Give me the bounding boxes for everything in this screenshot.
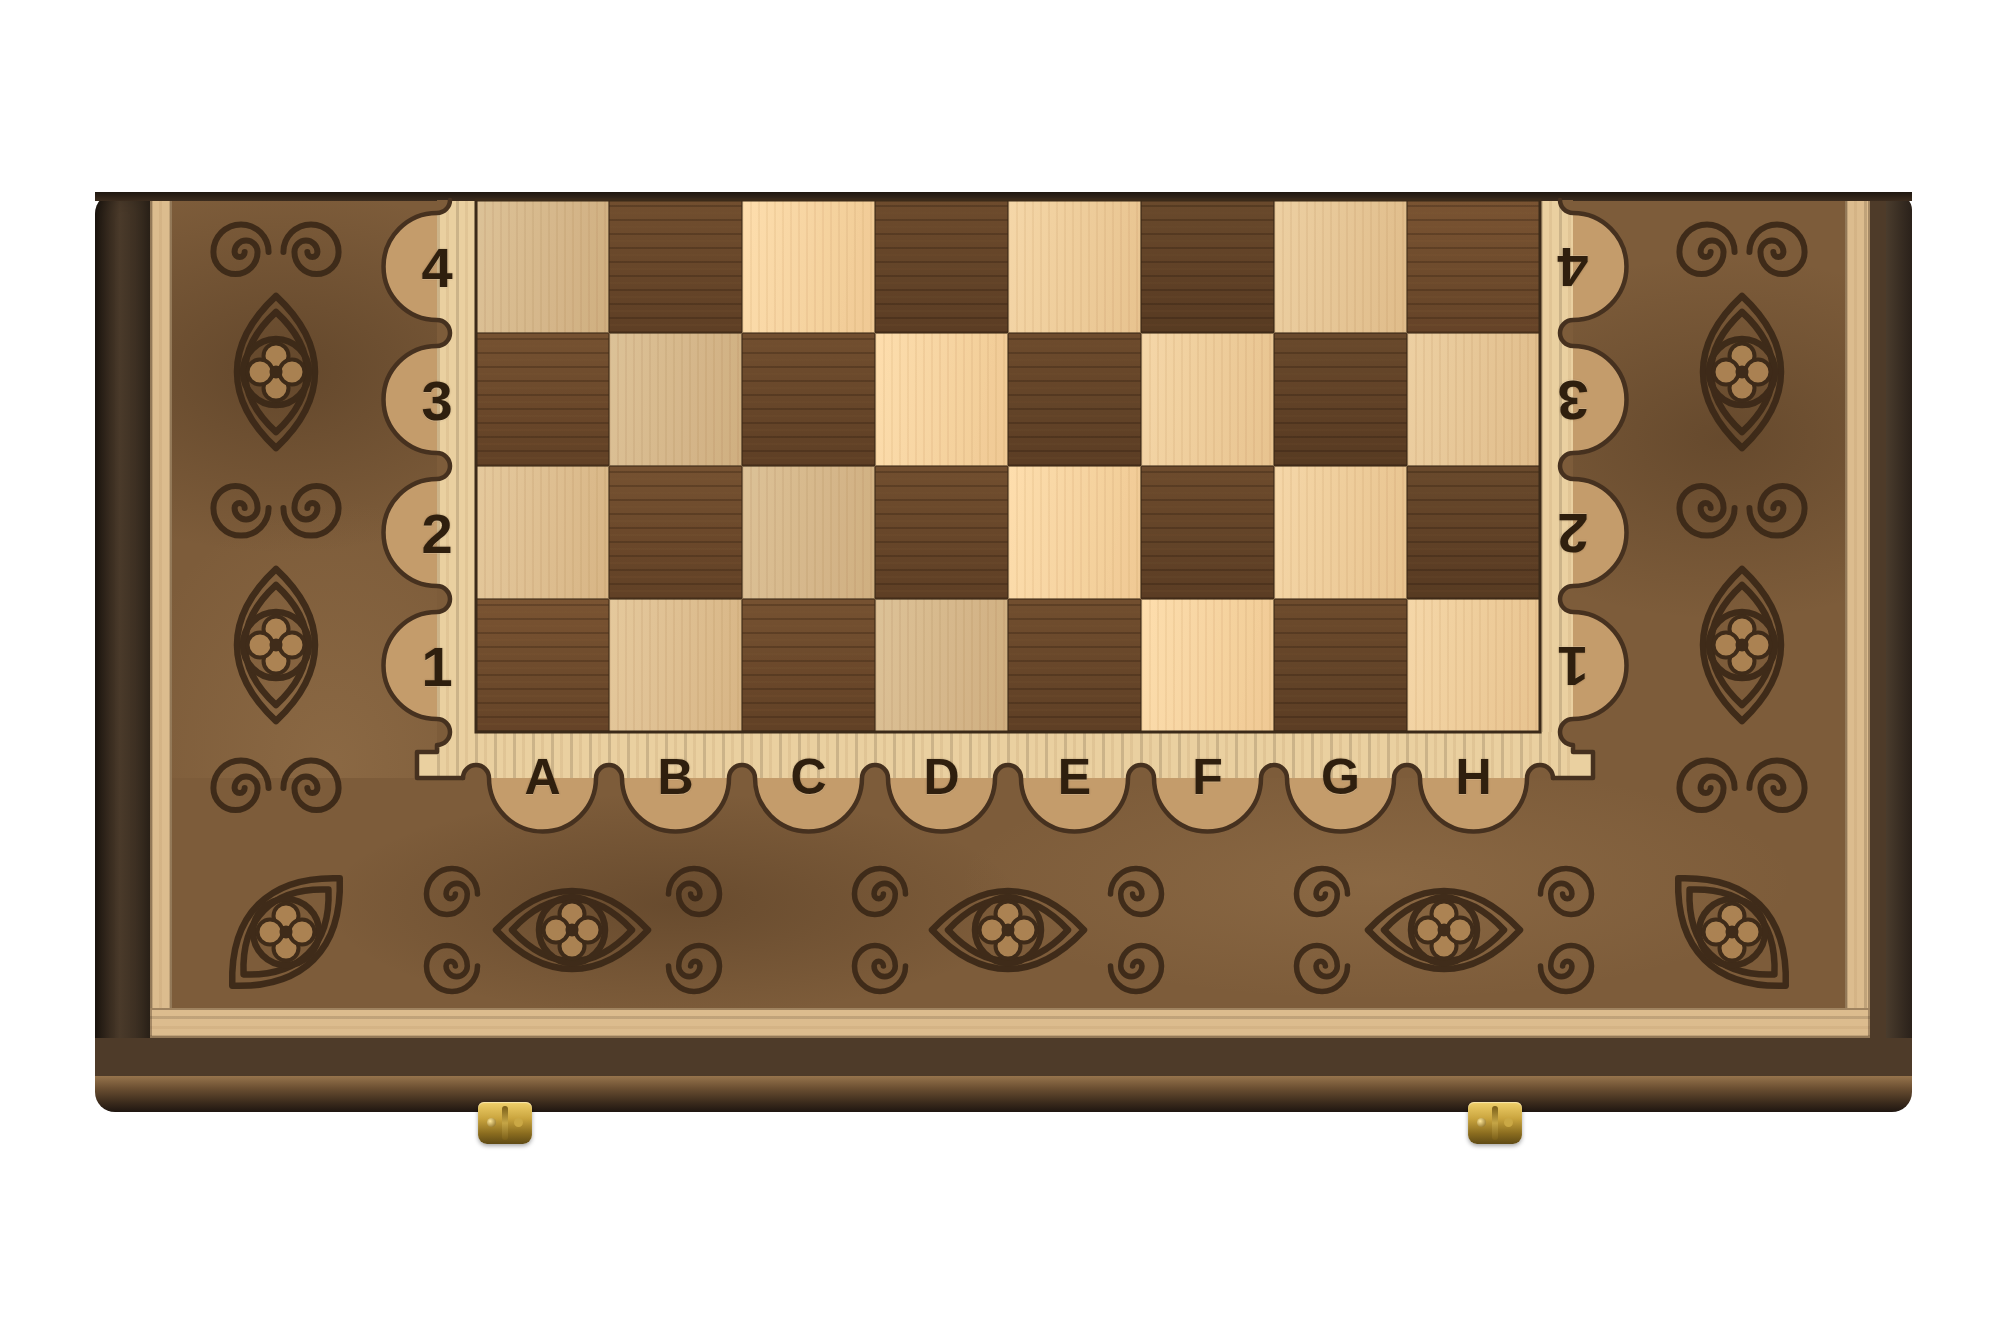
square-e1[interactable] [1008,599,1141,732]
inlay-strip-left [150,192,172,1038]
square-c3[interactable] [742,333,875,466]
square-f3[interactable] [1141,333,1274,466]
rank-label: 1 [1557,633,1588,698]
square-b4[interactable] [609,200,742,333]
rank-label: 3 [1557,367,1588,432]
box-side-edge-left [95,192,150,1076]
square-e3[interactable] [1008,333,1141,466]
file-label: A [524,748,560,806]
square-a3[interactable] [476,333,609,466]
square-a4[interactable] [476,200,609,333]
file-label: H [1455,748,1491,806]
square-d4[interactable] [875,200,1008,333]
file-label: D [923,748,959,806]
outer-border-bottom [95,1038,1912,1076]
coordinate-strip-bottom [437,732,1573,778]
square-h3[interactable] [1407,333,1540,466]
square-h1[interactable] [1407,599,1540,732]
square-f2[interactable] [1141,466,1274,599]
rank-label: 1 [421,633,452,698]
square-c2[interactable] [742,466,875,599]
square-b3[interactable] [609,333,742,466]
carved-border-bottom [172,778,1845,1008]
file-label: E [1058,748,1091,806]
hinge-pin [1492,1106,1498,1140]
inlay-strip-bottom [150,1008,1870,1038]
square-b2[interactable] [609,466,742,599]
rank-label: 4 [421,234,452,299]
square-g3[interactable] [1274,333,1407,466]
square-f1[interactable] [1141,599,1274,732]
box-front-bevel [95,1076,1912,1112]
square-e2[interactable] [1008,466,1141,599]
square-d2[interactable] [875,466,1008,599]
hinge-pin [502,1106,508,1140]
hinge-left [478,1102,532,1144]
square-g4[interactable] [1274,200,1407,333]
rank-label: 4 [1557,234,1588,299]
square-h4[interactable] [1407,200,1540,333]
rank-label: 3 [421,367,452,432]
square-c4[interactable] [742,200,875,333]
inlay-strip-right [1845,194,1870,1038]
file-label: F [1192,748,1223,806]
square-d3[interactable] [875,333,1008,466]
box-side-edge-right [1886,194,1912,1076]
file-label: B [657,748,693,806]
box-top-edge [95,192,1912,201]
rank-label: 2 [421,500,452,565]
photo-canvas: 4321 4321 ABCDEFGH [0,0,2000,1333]
square-h2[interactable] [1407,466,1540,599]
square-d1[interactable] [875,599,1008,732]
square-f4[interactable] [1141,200,1274,333]
square-g2[interactable] [1274,466,1407,599]
file-label: C [790,748,826,806]
square-a2[interactable] [476,466,609,599]
file-label: G [1321,748,1360,806]
square-a1[interactable] [476,599,609,732]
chessboard [476,200,1540,732]
square-c1[interactable] [742,599,875,732]
hinge-right [1468,1102,1522,1144]
square-e4[interactable] [1008,200,1141,333]
outer-border-right [1870,194,1886,1076]
square-g1[interactable] [1274,599,1407,732]
square-b1[interactable] [609,599,742,732]
rank-label: 2 [1557,500,1588,565]
